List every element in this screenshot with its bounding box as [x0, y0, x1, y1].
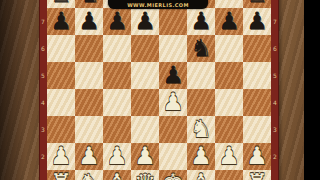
square-a1: ♜ [47, 170, 75, 180]
square-a5 [47, 62, 75, 89]
square-d5 [131, 62, 159, 89]
white-pawn-d2: ♟ [134, 143, 156, 170]
rank-label-8-left: 8 [39, 0, 47, 8]
white-pawn-h2: ♟ [246, 143, 268, 170]
rank-label-2-left: 2 [39, 143, 47, 170]
white-rook-a1: ♜ [50, 170, 72, 180]
rank-label-2-right: 2 [271, 143, 279, 170]
white-pawn-c2: ♟ [106, 143, 128, 170]
rank-label-6-right: 6 [271, 35, 279, 62]
site-banner-text: WWW.MIERLIS.COM [127, 2, 189, 8]
square-c2: ♟ [103, 143, 131, 170]
square-g3 [215, 116, 243, 143]
rank-label-7-right: 7 [271, 8, 279, 35]
square-b6 [75, 35, 103, 62]
video-frame: ♜♞♝♛♚♝♜♟♟♟♟♟♟♟♞♟♟♞♟♟♟♟♟♟♟♜♞♝♛♚♝♜ 8877665… [0, 0, 320, 180]
square-f2: ♟ [187, 143, 215, 170]
rank-label-7-left: 7 [39, 8, 47, 35]
square-b3 [75, 116, 103, 143]
square-h7: ♟ [243, 8, 271, 35]
square-f1: ♝ [187, 170, 215, 180]
white-pawn-e4: ♟ [162, 89, 184, 116]
square-g4 [215, 89, 243, 116]
chess-board: ♜♞♝♛♚♝♜♟♟♟♟♟♟♟♞♟♟♞♟♟♟♟♟♟♟♜♞♝♛♚♝♜ [47, 0, 271, 180]
square-d3 [131, 116, 159, 143]
square-d4 [131, 89, 159, 116]
square-a2: ♟ [47, 143, 75, 170]
square-h1: ♜ [243, 170, 271, 180]
black-pawn-g7: ♟ [218, 8, 240, 35]
square-f3: ♞ [187, 116, 215, 143]
square-h5 [243, 62, 271, 89]
square-c6 [103, 35, 131, 62]
square-g1 [215, 170, 243, 180]
square-f6: ♞ [187, 35, 215, 62]
square-e3 [159, 116, 187, 143]
square-h3 [243, 116, 271, 143]
square-c3 [103, 116, 131, 143]
white-bishop-c1: ♝ [106, 170, 128, 180]
square-a3 [47, 116, 75, 143]
rank-label-6-left: 6 [39, 35, 47, 62]
square-b5 [75, 62, 103, 89]
rank-label-5-right: 5 [271, 62, 279, 89]
white-pawn-b2: ♟ [78, 143, 100, 170]
square-d2: ♟ [131, 143, 159, 170]
wood-background-shadow [0, 0, 26, 180]
square-c7: ♟ [103, 8, 131, 35]
square-d7: ♟ [131, 8, 159, 35]
white-bishop-f1: ♝ [190, 170, 212, 180]
square-b7: ♟ [75, 8, 103, 35]
black-pawn-a7: ♟ [50, 8, 72, 35]
white-pawn-a2: ♟ [50, 143, 72, 170]
rank-label-3-right: 3 [271, 116, 279, 143]
rank-label-5-left: 5 [39, 62, 47, 89]
square-d1: ♛ [131, 170, 159, 180]
square-b2: ♟ [75, 143, 103, 170]
white-pawn-f2: ♟ [190, 143, 212, 170]
square-e1: ♚ [159, 170, 187, 180]
black-pawn-f7: ♟ [190, 8, 212, 35]
square-e2 [159, 143, 187, 170]
black-pawn-h7: ♟ [246, 8, 268, 35]
rank-label-8-right: 8 [271, 0, 279, 8]
square-g7: ♟ [215, 8, 243, 35]
square-h6 [243, 35, 271, 62]
square-b1: ♞ [75, 170, 103, 180]
white-knight-f3: ♞ [190, 116, 212, 143]
black-pawn-d7: ♟ [134, 8, 156, 35]
site-banner: WWW.MIERLIS.COM [108, 0, 208, 9]
square-f4 [187, 89, 215, 116]
white-king-e1: ♚ [162, 170, 184, 180]
square-a4 [47, 89, 75, 116]
square-e6 [159, 35, 187, 62]
white-pawn-g2: ♟ [218, 143, 240, 170]
square-e7 [159, 8, 187, 35]
square-f7: ♟ [187, 8, 215, 35]
rank-label-4-left: 4 [39, 89, 47, 116]
black-pawn-b7: ♟ [78, 8, 100, 35]
black-pawn-e5: ♟ [162, 62, 184, 89]
square-e4: ♟ [159, 89, 187, 116]
square-e5: ♟ [159, 62, 187, 89]
square-b4 [75, 89, 103, 116]
square-g2: ♟ [215, 143, 243, 170]
rank-label-4-right: 4 [271, 89, 279, 116]
black-pawn-c7: ♟ [106, 8, 128, 35]
white-knight-b1: ♞ [78, 170, 100, 180]
square-h2: ♟ [243, 143, 271, 170]
rank-label-1-left: 1 [39, 170, 47, 180]
square-c5 [103, 62, 131, 89]
square-d6 [131, 35, 159, 62]
square-c4 [103, 89, 131, 116]
white-queen-d1: ♛ [134, 170, 156, 180]
square-a7: ♟ [47, 8, 75, 35]
rank-label-1-right: 1 [271, 170, 279, 180]
rank-label-3-left: 3 [39, 116, 47, 143]
square-g5 [215, 62, 243, 89]
letterbox-bar [304, 0, 320, 180]
square-a6 [47, 35, 75, 62]
square-h4 [243, 89, 271, 116]
square-g6 [215, 35, 243, 62]
black-knight-f6: ♞ [190, 35, 212, 62]
square-f5 [187, 62, 215, 89]
square-c1: ♝ [103, 170, 131, 180]
white-rook-h1: ♜ [246, 170, 268, 180]
